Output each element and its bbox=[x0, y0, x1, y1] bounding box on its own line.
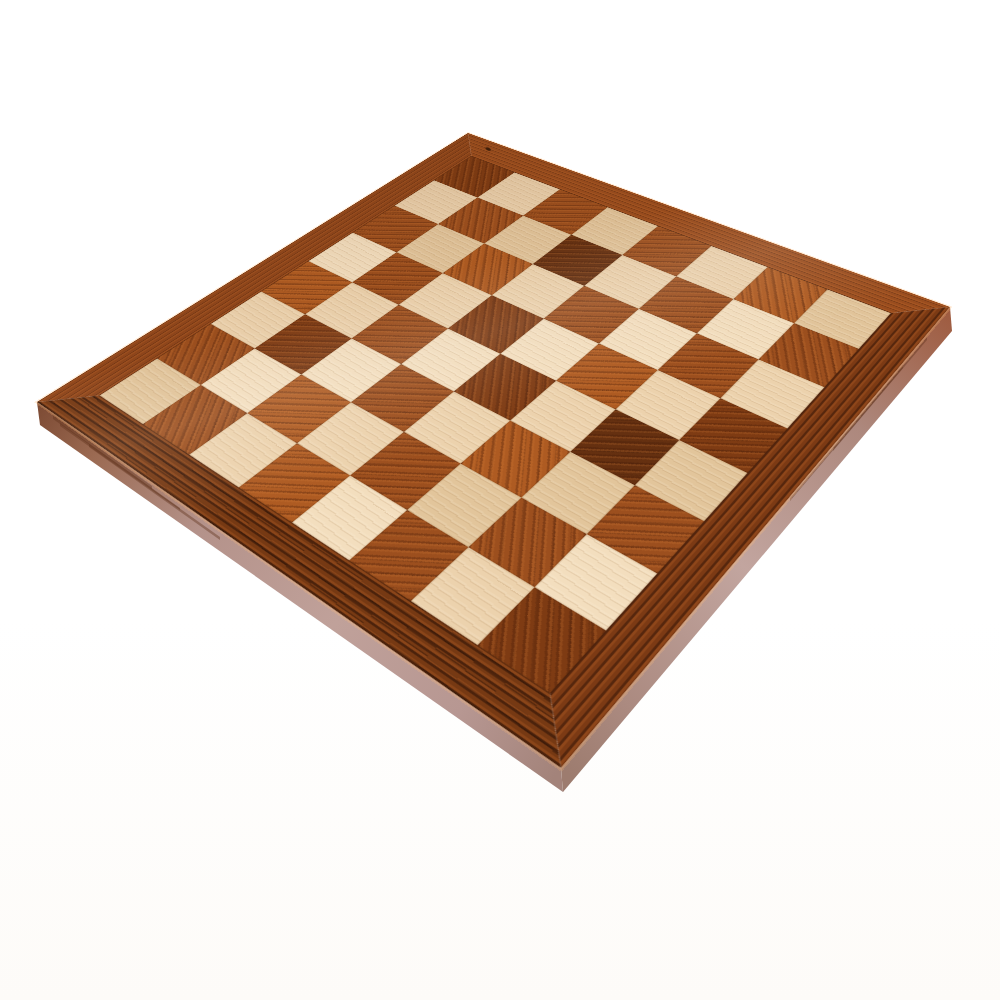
product-photo-scene bbox=[0, 0, 1000, 1000]
